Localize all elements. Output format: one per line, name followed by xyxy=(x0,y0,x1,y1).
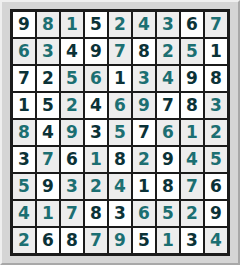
cell-r7c2[interactable]: 9 xyxy=(37,174,59,199)
cell-r1c5[interactable]: 2 xyxy=(109,12,131,37)
cell-r1c2[interactable]: 8 xyxy=(37,12,59,37)
cell-r6c6[interactable]: 2 xyxy=(133,147,157,174)
cell-r6c4[interactable]: 1 xyxy=(85,147,107,174)
cell-r7c4[interactable]: 2 xyxy=(85,174,107,199)
cell-r3c6[interactable]: 3 xyxy=(133,66,157,93)
cell-r5c8[interactable]: 1 xyxy=(181,120,203,145)
cell-r6c3[interactable]: 6 xyxy=(61,147,85,174)
cell-r8c2[interactable]: 1 xyxy=(37,201,59,226)
cell-r7c9[interactable]: 6 xyxy=(205,174,227,199)
cell-r6c1[interactable]: 3 xyxy=(13,147,35,174)
cell-r2c4[interactable]: 9 xyxy=(85,39,107,64)
cell-r9c5[interactable]: 9 xyxy=(109,228,131,253)
cell-r8c9[interactable]: 9 xyxy=(205,201,227,226)
cell-r6c9[interactable]: 5 xyxy=(205,147,227,174)
cell-r2c5[interactable]: 7 xyxy=(109,39,131,64)
cell-r9c2[interactable]: 6 xyxy=(37,228,59,253)
cell-r9c1[interactable]: 2 xyxy=(13,228,35,253)
cell-r7c3[interactable]: 3 xyxy=(61,174,85,199)
cell-r3c9[interactable]: 8 xyxy=(205,66,227,93)
cell-r1c4[interactable]: 5 xyxy=(85,12,107,37)
cell-r8c3[interactable]: 7 xyxy=(61,201,85,226)
cell-r5c3[interactable]: 9 xyxy=(61,120,85,145)
cell-r5c1[interactable]: 8 xyxy=(13,120,35,145)
cell-r4c6[interactable]: 9 xyxy=(133,93,157,118)
cell-r6c7[interactable]: 9 xyxy=(157,147,179,174)
cell-r6c2[interactable]: 7 xyxy=(37,147,59,174)
cell-r8c4[interactable]: 8 xyxy=(85,201,107,226)
cell-r2c7[interactable]: 2 xyxy=(157,39,179,64)
cell-r7c5[interactable]: 4 xyxy=(109,174,131,199)
cell-r8c8[interactable]: 2 xyxy=(181,201,203,226)
cell-r1c9[interactable]: 7 xyxy=(205,12,227,37)
cell-r9c7[interactable]: 1 xyxy=(157,228,179,253)
cell-r1c7[interactable]: 3 xyxy=(157,12,179,37)
cell-r9c4[interactable]: 7 xyxy=(85,228,107,253)
cell-r9c3[interactable]: 8 xyxy=(61,228,85,253)
cell-r3c3[interactable]: 5 xyxy=(61,66,85,93)
sudoku-board: 9815243676349782517256134981524697838493… xyxy=(10,9,230,256)
cell-r4c5[interactable]: 6 xyxy=(109,93,131,118)
cell-r7c6[interactable]: 1 xyxy=(133,174,157,199)
cell-r9c8[interactable]: 3 xyxy=(181,228,203,253)
cell-r7c7[interactable]: 8 xyxy=(157,174,179,199)
cell-r9c9[interactable]: 4 xyxy=(205,228,227,253)
cell-r8c7[interactable]: 5 xyxy=(157,201,179,226)
cell-r2c6[interactable]: 8 xyxy=(133,39,157,64)
cell-r3c7[interactable]: 4 xyxy=(157,66,179,93)
cell-r9c6[interactable]: 5 xyxy=(133,228,157,253)
cell-r5c2[interactable]: 4 xyxy=(37,120,59,145)
cell-r5c4[interactable]: 3 xyxy=(85,120,107,145)
cell-r2c3[interactable]: 4 xyxy=(61,39,85,64)
cell-r5c6[interactable]: 7 xyxy=(133,120,157,145)
cell-r8c1[interactable]: 4 xyxy=(13,201,35,226)
cell-r1c8[interactable]: 6 xyxy=(181,12,203,37)
cell-r4c7[interactable]: 7 xyxy=(157,93,179,118)
cell-r7c1[interactable]: 5 xyxy=(13,174,35,199)
cell-r5c9[interactable]: 2 xyxy=(205,120,227,145)
cell-r2c8[interactable]: 5 xyxy=(181,39,203,64)
cell-r1c3[interactable]: 1 xyxy=(61,12,85,37)
cell-r4c1[interactable]: 1 xyxy=(13,93,35,118)
cell-r1c6[interactable]: 4 xyxy=(133,12,157,37)
cell-r3c2[interactable]: 2 xyxy=(37,66,59,93)
cell-r2c2[interactable]: 3 xyxy=(37,39,59,64)
cell-r4c9[interactable]: 3 xyxy=(205,93,227,118)
cell-r3c8[interactable]: 9 xyxy=(181,66,203,93)
cell-r4c2[interactable]: 5 xyxy=(37,93,59,118)
cell-r6c5[interactable]: 8 xyxy=(109,147,131,174)
cell-r4c3[interactable]: 2 xyxy=(61,93,85,118)
cell-r5c7[interactable]: 6 xyxy=(157,120,179,145)
cell-r8c5[interactable]: 3 xyxy=(109,201,131,226)
cell-r6c8[interactable]: 4 xyxy=(181,147,203,174)
cell-r7c8[interactable]: 7 xyxy=(181,174,203,199)
cell-r8c6[interactable]: 6 xyxy=(133,201,157,226)
cell-r5c5[interactable]: 5 xyxy=(109,120,131,145)
window-frame: 9815243676349782517256134981524697838493… xyxy=(0,0,240,265)
cell-r2c9[interactable]: 1 xyxy=(205,39,227,64)
cell-r4c8[interactable]: 8 xyxy=(181,93,203,118)
cell-r2c1[interactable]: 6 xyxy=(13,39,35,64)
cell-r3c5[interactable]: 1 xyxy=(109,66,131,93)
cell-r3c4[interactable]: 6 xyxy=(85,66,107,93)
cell-r1c1[interactable]: 9 xyxy=(13,12,35,37)
cell-r3c1[interactable]: 7 xyxy=(13,66,35,93)
cell-r4c4[interactable]: 4 xyxy=(85,93,107,118)
